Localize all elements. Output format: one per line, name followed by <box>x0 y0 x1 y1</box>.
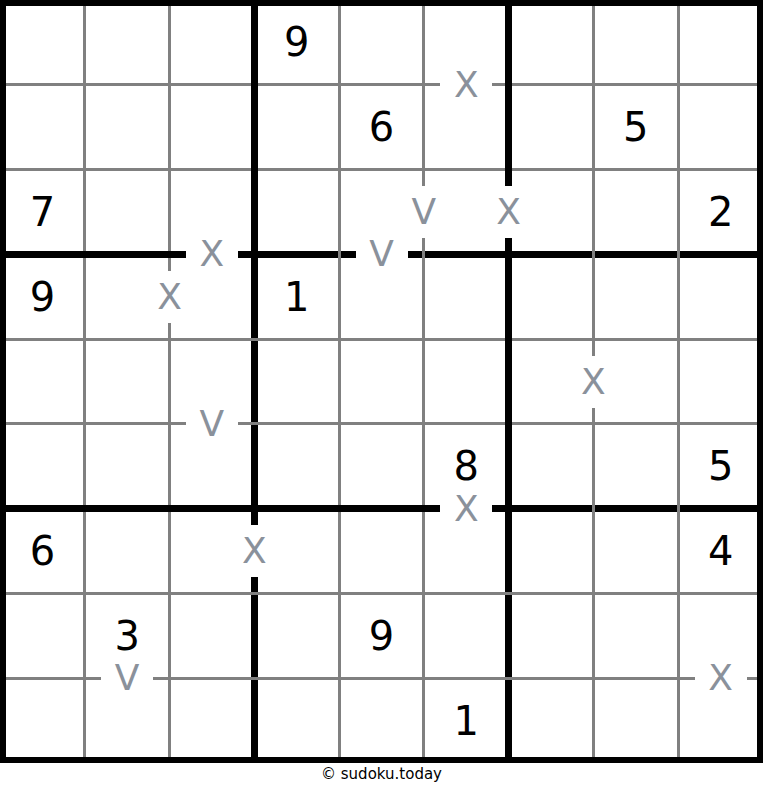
cell-r9c5[interactable] <box>339 678 424 763</box>
cell-r8c4[interactable] <box>254 593 339 678</box>
cell-r4c1[interactable]: 9 <box>0 254 85 339</box>
cell-r9c3[interactable] <box>170 678 255 763</box>
cell-r7c9[interactable]: 4 <box>678 509 763 594</box>
cell-r8c3[interactable] <box>170 593 255 678</box>
cell-r1c8[interactable] <box>593 0 678 85</box>
cell-r1c1[interactable] <box>0 0 85 85</box>
cell-r1c4[interactable]: 9 <box>254 0 339 85</box>
cell-r7c2[interactable] <box>85 509 170 594</box>
grid-line-vertical-5 <box>422 0 425 763</box>
copyright-text: © sudoku.today <box>321 765 442 783</box>
x-marker-r8c9-r9c9: X <box>695 659 747 697</box>
cell-r1c7[interactable] <box>509 0 594 85</box>
cell-r9c8[interactable] <box>593 678 678 763</box>
grid-line-vertical-6 <box>505 0 512 763</box>
cell-r3c1[interactable]: 7 <box>0 170 85 255</box>
cell-r9c4[interactable] <box>254 678 339 763</box>
cell-r6c4[interactable] <box>254 424 339 509</box>
x-marker-r7c3-r7c4: X <box>235 525 273 577</box>
cell-r3c4[interactable] <box>254 170 339 255</box>
cell-r5c9[interactable] <box>678 339 763 424</box>
grid-line-horizontal-1 <box>0 83 763 86</box>
cell-r7c1[interactable]: 6 <box>0 509 85 594</box>
cell-r2c1[interactable] <box>0 85 85 170</box>
cell-r7c8[interactable] <box>593 509 678 594</box>
cell-r4c6[interactable] <box>424 254 509 339</box>
x-marker-r1c6-r2c6: X <box>440 66 492 104</box>
cell-r2c4[interactable] <box>254 85 339 170</box>
cell-r3c9[interactable]: 2 <box>678 170 763 255</box>
grid-line-horizontal-2 <box>0 168 763 171</box>
x-marker-r4c2-r4c3: X <box>151 271 189 323</box>
cell-r4c9[interactable] <box>678 254 763 339</box>
cell-r3c2[interactable] <box>85 170 170 255</box>
cell-r3c8[interactable] <box>593 170 678 255</box>
cell-r9c6[interactable]: 1 <box>424 678 509 763</box>
cell-r5c4[interactable] <box>254 339 339 424</box>
grid-line-horizontal-4 <box>0 338 763 341</box>
grid-line-horizontal-7 <box>0 592 763 595</box>
x-marker-r5c7-r5c8: X <box>574 356 612 408</box>
x-marker-r3c6-r3c7: X <box>490 186 528 238</box>
sudoku-board: 96572918564391XVXXVXVXXXVX <box>0 0 763 763</box>
grid-line-horizontal-5 <box>0 422 763 425</box>
cell-r2c7[interactable] <box>509 85 594 170</box>
cell-r6c9[interactable]: 5 <box>678 424 763 509</box>
grid-line-vertical-4 <box>338 0 341 763</box>
cell-r1c2[interactable] <box>85 0 170 85</box>
cell-r4c4[interactable]: 1 <box>254 254 339 339</box>
cell-r2c3[interactable] <box>170 85 255 170</box>
xv-sudoku-page: { "game": "XV Sudoku (9x9 sudoku with X=… <box>0 0 765 785</box>
cell-r1c3[interactable] <box>170 0 255 85</box>
cell-r4c8[interactable] <box>593 254 678 339</box>
grid-line-vertical-2 <box>168 0 171 763</box>
cell-r6c8[interactable] <box>593 424 678 509</box>
cell-r5c5[interactable] <box>339 339 424 424</box>
cell-r2c5[interactable]: 6 <box>339 85 424 170</box>
cell-r7c7[interactable] <box>509 509 594 594</box>
cell-r6c1[interactable] <box>0 424 85 509</box>
grid-line-vertical-3 <box>251 0 258 763</box>
cell-r8c5[interactable]: 9 <box>339 593 424 678</box>
v-marker-r8c2-r9c2: V <box>101 659 153 697</box>
v-marker-r3c5-r3c6: V <box>405 186 443 238</box>
cell-r1c9[interactable] <box>678 0 763 85</box>
cell-r8c8[interactable] <box>593 593 678 678</box>
cell-r2c8[interactable]: 5 <box>593 85 678 170</box>
v-marker-r5c3-r6c3: V <box>186 405 238 443</box>
cell-r8c7[interactable] <box>509 593 594 678</box>
cell-r7c5[interactable] <box>339 509 424 594</box>
v-marker-r3c5-r4c5: V <box>356 235 408 273</box>
cell-r5c1[interactable] <box>0 339 85 424</box>
cell-r6c5[interactable] <box>339 424 424 509</box>
cell-r1c5[interactable] <box>339 0 424 85</box>
cell-r5c6[interactable] <box>424 339 509 424</box>
cell-r8c6[interactable] <box>424 593 509 678</box>
x-marker-r6c6-r7c6: X <box>440 490 492 528</box>
grid-line-horizontal-6 <box>0 505 763 512</box>
cell-r8c1[interactable] <box>0 593 85 678</box>
cell-r2c9[interactable] <box>678 85 763 170</box>
x-marker-r3c3-r4c3: X <box>186 235 238 273</box>
cell-r4c7[interactable] <box>509 254 594 339</box>
cell-r9c1[interactable] <box>0 678 85 763</box>
cell-r2c2[interactable] <box>85 85 170 170</box>
copyright-footer: © sudoku.today <box>0 762 763 785</box>
cell-r6c7[interactable] <box>509 424 594 509</box>
grid-line-vertical-1 <box>83 0 86 763</box>
cell-r9c7[interactable] <box>509 678 594 763</box>
cell-r6c2[interactable] <box>85 424 170 509</box>
cell-r5c2[interactable] <box>85 339 170 424</box>
grid-line-vertical-8 <box>677 0 680 763</box>
